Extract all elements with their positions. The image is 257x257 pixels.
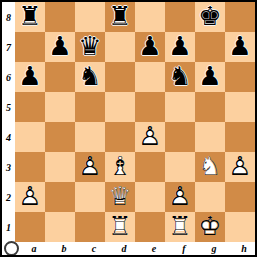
file-labels: abcdefgh (19, 242, 257, 255)
square-b6[interactable] (45, 62, 75, 92)
rank-label-2: 2 (2, 182, 15, 212)
chess-board[interactable]: ♜♜♚♟♛♟♟♟♟♞♞♟♟♙♟♙♝♗♞♘♟♙♟♙♛♕♟♙♜♖♜♖♚♔ (15, 2, 255, 242)
square-a3[interactable] (15, 152, 45, 182)
square-f3[interactable] (165, 152, 195, 182)
square-f8[interactable] (165, 2, 195, 32)
rank-label-3: 3 (2, 152, 15, 182)
black-knight[interactable]: ♞ (75, 62, 105, 92)
rank-label-8: 8 (2, 2, 15, 32)
square-c2[interactable] (75, 182, 105, 212)
white-rook-outline: ♖ (165, 212, 195, 242)
square-e1[interactable] (135, 212, 165, 242)
black-pawn[interactable]: ♟ (15, 62, 45, 92)
square-g8[interactable]: ♚ (195, 2, 225, 32)
square-g2[interactable] (195, 182, 225, 212)
square-a6[interactable]: ♟ (15, 62, 45, 92)
file-label-c: c (79, 242, 109, 255)
square-e8[interactable] (135, 2, 165, 32)
file-label-f: f (169, 242, 199, 255)
white-knight-outline: ♘ (195, 152, 225, 182)
white-rook[interactable]: ♜♖ (165, 212, 195, 242)
white-pawn[interactable]: ♟♙ (15, 182, 45, 212)
black-pawn[interactable]: ♟ (135, 32, 165, 62)
rank-label-6: 6 (2, 62, 15, 92)
white-bishop-outline: ♗ (105, 152, 135, 182)
square-b7[interactable]: ♟ (45, 32, 75, 62)
white-pawn[interactable]: ♟♙ (135, 122, 165, 152)
square-h7[interactable]: ♟ (225, 32, 255, 62)
square-f5[interactable] (165, 92, 195, 122)
square-e3[interactable] (135, 152, 165, 182)
square-b3[interactable] (45, 152, 75, 182)
white-pawn-outline: ♙ (225, 152, 255, 182)
black-queen[interactable]: ♛ (75, 32, 105, 62)
white-pawn-outline: ♙ (135, 122, 165, 152)
square-h2[interactable] (225, 182, 255, 212)
white-king-outline: ♔ (195, 212, 225, 242)
square-h5[interactable] (225, 92, 255, 122)
square-b4[interactable] (45, 122, 75, 152)
square-c4[interactable] (75, 122, 105, 152)
square-g6[interactable]: ♟ (195, 62, 225, 92)
square-c7[interactable]: ♛ (75, 32, 105, 62)
black-rook[interactable]: ♜ (105, 2, 135, 32)
white-queen[interactable]: ♛♕ (105, 182, 135, 212)
black-pawn[interactable]: ♟ (195, 62, 225, 92)
rank-labels: 87654321 (2, 2, 15, 242)
black-knight[interactable]: ♞ (165, 62, 195, 92)
square-d8[interactable]: ♜ (105, 2, 135, 32)
white-knight[interactable]: ♞♘ (195, 152, 225, 182)
square-a5[interactable] (15, 92, 45, 122)
square-c1[interactable] (75, 212, 105, 242)
square-g5[interactable] (195, 92, 225, 122)
white-to-move-indicator-icon (4, 241, 19, 256)
rank-label-5: 5 (2, 92, 15, 122)
square-g4[interactable] (195, 122, 225, 152)
black-king[interactable]: ♚ (195, 2, 225, 32)
square-d4[interactable] (105, 122, 135, 152)
square-d1[interactable]: ♜♖ (105, 212, 135, 242)
chess-diagram: 87654321 ♜♜♚♟♛♟♟♟♟♞♞♟♟♙♟♙♝♗♞♘♟♙♟♙♛♕♟♙♜♖♜… (0, 0, 257, 257)
file-label-a: a (19, 242, 49, 255)
square-f1[interactable]: ♜♖ (165, 212, 195, 242)
rank-label-7: 7 (2, 32, 15, 62)
square-e4[interactable]: ♟♙ (135, 122, 165, 152)
rank-label-1: 1 (2, 212, 15, 242)
file-label-d: d (109, 242, 139, 255)
white-rook[interactable]: ♜♖ (105, 212, 135, 242)
square-b1[interactable] (45, 212, 75, 242)
bottom-strip: abcdefgh (2, 242, 255, 255)
square-b8[interactable] (45, 2, 75, 32)
file-label-h: h (229, 242, 257, 255)
square-a1[interactable] (15, 212, 45, 242)
square-a2[interactable]: ♟♙ (15, 182, 45, 212)
square-d7[interactable] (105, 32, 135, 62)
square-d5[interactable] (105, 92, 135, 122)
square-c8[interactable] (75, 2, 105, 32)
square-e6[interactable] (135, 62, 165, 92)
white-pawn[interactable]: ♟♙ (225, 152, 255, 182)
file-label-e: e (139, 242, 169, 255)
rank-label-4: 4 (2, 122, 15, 152)
square-e2[interactable] (135, 182, 165, 212)
square-c6[interactable]: ♞ (75, 62, 105, 92)
square-f2[interactable]: ♟♙ (165, 182, 195, 212)
square-e7[interactable]: ♟ (135, 32, 165, 62)
square-d3[interactable]: ♝♗ (105, 152, 135, 182)
square-g1[interactable]: ♚♔ (195, 212, 225, 242)
file-label-b: b (49, 242, 79, 255)
square-a7[interactable] (15, 32, 45, 62)
black-pawn[interactable]: ♟ (45, 32, 75, 62)
white-pawn-outline: ♙ (165, 182, 195, 212)
black-pawn[interactable]: ♟ (165, 32, 195, 62)
square-h3[interactable]: ♟♙ (225, 152, 255, 182)
square-f6[interactable]: ♞ (165, 62, 195, 92)
white-bishop[interactable]: ♝♗ (105, 152, 135, 182)
square-g7[interactable] (195, 32, 225, 62)
square-h8[interactable] (225, 2, 255, 32)
square-c5[interactable] (75, 92, 105, 122)
white-queen-outline: ♕ (105, 182, 135, 212)
square-b2[interactable] (45, 182, 75, 212)
white-rook-outline: ♖ (105, 212, 135, 242)
white-pawn[interactable]: ♟♙ (75, 152, 105, 182)
square-h6[interactable] (225, 62, 255, 92)
file-label-g: g (199, 242, 229, 255)
square-h1[interactable] (225, 212, 255, 242)
white-pawn[interactable]: ♟♙ (165, 182, 195, 212)
black-pawn[interactable]: ♟ (225, 32, 255, 62)
black-rook[interactable]: ♜ (15, 2, 45, 32)
white-pawn-outline: ♙ (15, 182, 45, 212)
square-a8[interactable]: ♜ (15, 2, 45, 32)
white-king[interactable]: ♚♔ (195, 212, 225, 242)
square-f7[interactable]: ♟ (165, 32, 195, 62)
white-pawn-outline: ♙ (75, 152, 105, 182)
square-g3[interactable]: ♞♘ (195, 152, 225, 182)
square-f4[interactable] (165, 122, 195, 152)
square-h4[interactable] (225, 122, 255, 152)
square-a4[interactable] (15, 122, 45, 152)
square-e5[interactable] (135, 92, 165, 122)
square-c3[interactable]: ♟♙ (75, 152, 105, 182)
square-d2[interactable]: ♛♕ (105, 182, 135, 212)
square-d6[interactable] (105, 62, 135, 92)
square-b5[interactable] (45, 92, 75, 122)
